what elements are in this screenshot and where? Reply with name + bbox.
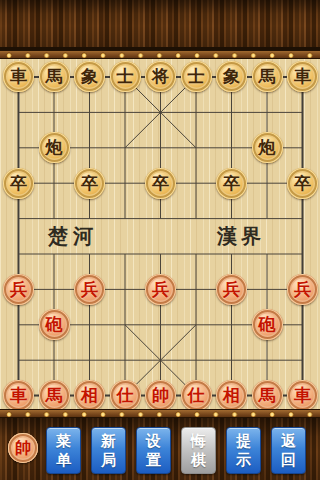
hint-button-label: 提示 [236, 432, 252, 470]
board-cell-g6[interactable]: 卒 [214, 165, 250, 200]
board-cell-f6[interactable] [178, 165, 214, 200]
board-cell-b7[interactable]: 炮 [36, 130, 72, 165]
board-cell-f3[interactable] [178, 272, 214, 307]
board-cell-a1[interactable] [1, 342, 37, 377]
piece-black-advisor[interactable]: 士 [181, 61, 212, 92]
board-cell-d7[interactable] [107, 130, 143, 165]
board-cell-g0[interactable]: 相 [214, 378, 250, 413]
board-cell-c8[interactable] [72, 95, 108, 130]
board-cell-g4[interactable] [214, 236, 250, 271]
board-cell-e0[interactable]: 帥 [143, 378, 179, 413]
piece-black-soldier[interactable]: 卒 [74, 168, 105, 199]
board-cell-i1[interactable] [285, 342, 320, 377]
board-cell-h2[interactable]: 砲 [249, 307, 285, 342]
board-cell-b0[interactable]: 馬 [36, 378, 72, 413]
board-cell-f5[interactable] [178, 201, 214, 236]
piece-red-advisor[interactable]: 仕 [181, 380, 212, 411]
piece-black-rook[interactable]: 車 [287, 61, 318, 92]
board-cell-f1[interactable] [178, 342, 214, 377]
board-cell-d9[interactable]: 士 [107, 59, 143, 94]
board-cell-c5[interactable] [72, 201, 108, 236]
piece-red-rook[interactable]: 車 [287, 380, 318, 411]
board-cell-a7[interactable] [1, 130, 37, 165]
board-cell-a3[interactable]: 兵 [1, 272, 37, 307]
board-cell-f4[interactable] [178, 236, 214, 271]
piece-black-advisor[interactable]: 士 [110, 61, 141, 92]
piece-black-elephant[interactable]: 象 [216, 61, 247, 92]
board-cell-b5[interactable] [36, 201, 72, 236]
board-cell-i6[interactable]: 卒 [285, 165, 320, 200]
piece-black-soldier[interactable]: 卒 [145, 168, 176, 199]
board-cell-a5[interactable] [1, 201, 37, 236]
piece-red-cannon[interactable]: 砲 [252, 309, 283, 340]
turn-indicator-piece: 帥 [8, 433, 38, 463]
board-cell-a8[interactable] [1, 95, 37, 130]
board-cell-d3[interactable] [107, 272, 143, 307]
board-cell-a4[interactable] [1, 236, 37, 271]
piece-red-soldier[interactable]: 兵 [216, 274, 247, 305]
board-cell-e7[interactable] [143, 130, 179, 165]
board-cell-h8[interactable] [249, 95, 285, 130]
board-cell-i7[interactable] [285, 130, 320, 165]
piece-red-soldier[interactable]: 兵 [74, 274, 105, 305]
piece-red-soldier[interactable]: 兵 [3, 274, 34, 305]
piece-red-soldier[interactable]: 兵 [145, 274, 176, 305]
piece-black-cannon[interactable]: 炮 [252, 132, 283, 163]
board-cell-e8[interactable] [143, 95, 179, 130]
menu-button[interactable]: 菜单 [46, 427, 81, 474]
board-cell-c1[interactable] [72, 342, 108, 377]
board-cell-a0[interactable]: 車 [1, 378, 37, 413]
board-cell-h0[interactable]: 馬 [249, 378, 285, 413]
piece-red-cannon[interactable]: 砲 [39, 309, 70, 340]
board-cell-e6[interactable]: 卒 [143, 165, 179, 200]
piece-black-rook[interactable]: 車 [3, 61, 34, 92]
board-cell-c2[interactable] [72, 307, 108, 342]
board-cell-h4[interactable] [249, 236, 285, 271]
board-cell-d5[interactable] [107, 201, 143, 236]
new-game-button[interactable]: 新局 [91, 427, 126, 474]
piece-black-soldier[interactable]: 卒 [3, 168, 34, 199]
settings-button[interactable]: 设置 [136, 427, 171, 474]
board-cell-f2[interactable] [178, 307, 214, 342]
xiangqi-board-grid: 車馬象士将士象馬車炮炮卒卒卒卒卒兵兵兵兵兵砲砲車馬相仕帥仕相馬車 [1, 59, 320, 413]
settings-button-label: 设置 [146, 432, 162, 470]
board-cell-e5[interactable] [143, 201, 179, 236]
board-cell-e1[interactable] [143, 342, 179, 377]
board-cell-b3[interactable] [36, 272, 72, 307]
piece-red-elephant[interactable]: 相 [74, 380, 105, 411]
piece-black-soldier[interactable]: 卒 [216, 168, 247, 199]
board-cell-b4[interactable] [36, 236, 72, 271]
piece-black-soldier[interactable]: 卒 [287, 168, 318, 199]
xiangqi-app: 楚河 漢界 車馬象士将士象馬車炮炮卒卒卒卒卒兵兵兵兵兵砲砲車馬相仕帥仕相馬車 帥… [0, 0, 320, 480]
board-cell-d1[interactable] [107, 342, 143, 377]
board-cell-a9[interactable]: 車 [1, 59, 37, 94]
board-cell-h3[interactable] [249, 272, 285, 307]
piece-black-elephant[interactable]: 象 [74, 61, 105, 92]
board-cell-g9[interactable]: 象 [214, 59, 250, 94]
board-cell-h5[interactable] [249, 201, 285, 236]
board-cell-c6[interactable]: 卒 [72, 165, 108, 200]
piece-red-elephant[interactable]: 相 [216, 380, 247, 411]
board-cell-c7[interactable] [72, 130, 108, 165]
board-cell-h6[interactable] [249, 165, 285, 200]
board-cell-b1[interactable] [36, 342, 72, 377]
board-cell-g3[interactable]: 兵 [214, 272, 250, 307]
stud-rail-bottom [0, 409, 320, 418]
piece-black-general[interactable]: 将 [145, 61, 176, 92]
piece-red-horse[interactable]: 馬 [252, 380, 283, 411]
board-cell-g8[interactable] [214, 95, 250, 130]
hint-button[interactable]: 提示 [226, 427, 261, 474]
board-cell-b9[interactable]: 馬 [36, 59, 72, 94]
undo-button[interactable]: 悔棋 [181, 427, 216, 474]
board-cell-i0[interactable]: 車 [285, 378, 320, 413]
board-cell-h1[interactable] [249, 342, 285, 377]
board-cell-g7[interactable] [214, 130, 250, 165]
menu-button-label: 菜单 [56, 432, 72, 470]
board-cell-c4[interactable] [72, 236, 108, 271]
piece-red-soldier[interactable]: 兵 [287, 274, 318, 305]
board-cell-e9[interactable]: 将 [143, 59, 179, 94]
back-button-label: 返回 [281, 432, 297, 470]
top-wood-panel [0, 0, 320, 50]
board-cell-i8[interactable] [285, 95, 320, 130]
piece-black-horse[interactable]: 馬 [39, 61, 70, 92]
board-cell-g1[interactable] [214, 342, 250, 377]
board-cell-b8[interactable] [36, 95, 72, 130]
board-cell-d0[interactable]: 仕 [107, 378, 143, 413]
board-cell-i4[interactable] [285, 236, 320, 271]
piece-red-horse[interactable]: 馬 [39, 380, 70, 411]
board-cell-h9[interactable]: 馬 [249, 59, 285, 94]
board-cell-f9[interactable]: 士 [178, 59, 214, 94]
piece-black-horse[interactable]: 馬 [252, 61, 283, 92]
board-cell-b6[interactable] [36, 165, 72, 200]
board-cell-a6[interactable]: 卒 [1, 165, 37, 200]
piece-red-advisor[interactable]: 仕 [110, 380, 141, 411]
back-button[interactable]: 返回 [271, 427, 306, 474]
board-cell-g2[interactable] [214, 307, 250, 342]
piece-red-rook[interactable]: 車 [3, 380, 34, 411]
board-cell-d4[interactable] [107, 236, 143, 271]
board-cell-f8[interactable] [178, 95, 214, 130]
board-cell-b2[interactable]: 砲 [36, 307, 72, 342]
board-cell-d2[interactable] [107, 307, 143, 342]
board-cell-e2[interactable] [143, 307, 179, 342]
board-cell-f0[interactable]: 仕 [178, 378, 214, 413]
board-cell-i2[interactable] [285, 307, 320, 342]
board-cell-d6[interactable] [107, 165, 143, 200]
piece-black-cannon[interactable]: 炮 [39, 132, 70, 163]
board-cell-h7[interactable]: 炮 [249, 130, 285, 165]
board-cell-c3[interactable]: 兵 [72, 272, 108, 307]
piece-red-general[interactable]: 帥 [145, 380, 176, 411]
board-cell-i3[interactable]: 兵 [285, 272, 320, 307]
stud-rail-top [0, 50, 320, 59]
toolbar-button-row: 菜单 新局 设置 悔棋 提示 返回 [46, 427, 306, 474]
board-cell-c0[interactable]: 相 [72, 378, 108, 413]
new-game-button-label: 新局 [101, 432, 117, 470]
board-cell-c9[interactable]: 象 [72, 59, 108, 94]
board-cell-e4[interactable] [143, 236, 179, 271]
board-cell-a2[interactable] [1, 307, 37, 342]
board-cell-g5[interactable] [214, 201, 250, 236]
board-cell-i9[interactable]: 車 [285, 59, 320, 94]
board-cell-e3[interactable]: 兵 [143, 272, 179, 307]
board-cell-i5[interactable] [285, 201, 320, 236]
undo-button-label: 悔棋 [191, 432, 207, 470]
board-cell-d8[interactable] [107, 95, 143, 130]
board-cell-f7[interactable] [178, 130, 214, 165]
